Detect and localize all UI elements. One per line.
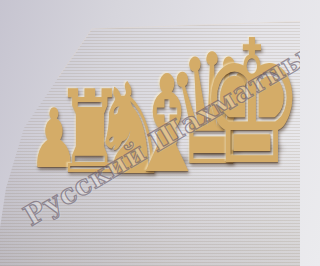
photo-backdrop: ♟♜♞♝♛♚ Русский Шахматный Дом [0,0,300,266]
